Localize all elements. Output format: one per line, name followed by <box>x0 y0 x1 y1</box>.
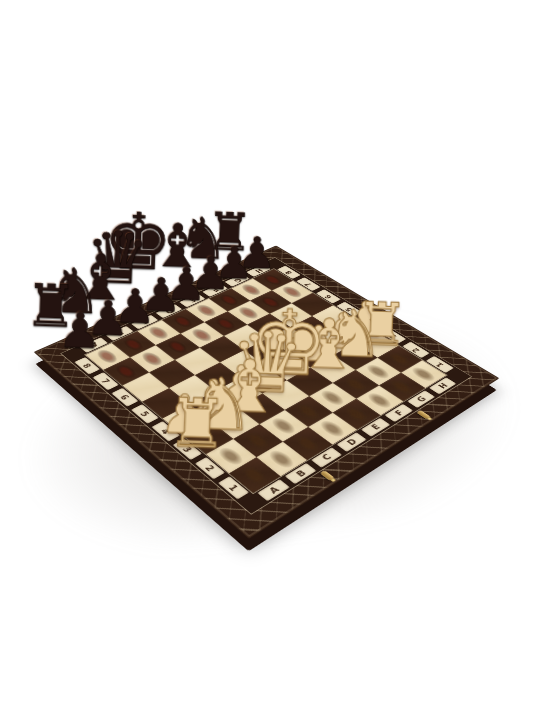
coordinate-label-text: C <box>320 453 333 462</box>
coordinate-label-text: F <box>210 287 220 293</box>
coordinate-plaque: 6 <box>111 388 138 407</box>
coordinate-label-text: D <box>345 437 359 446</box>
brass-clasp-icon <box>416 410 431 419</box>
scene-3d: 87654321H♜♟♟♜HG♞♟♟♞GF♝♟♟♝FE♚♟♟♚ED♛♟♟♛DC♝… <box>0 0 540 720</box>
coordinate-plaque: D <box>336 432 366 452</box>
coordinate-label-text: 2 <box>203 464 216 473</box>
coordinate-label-text: 2 <box>410 347 421 353</box>
board-grid: 87654321H♜♟♟♜HG♞♟♟♞GF♝♟♟♝FE♚♟♟♚ED♛♟♟♛DC♝… <box>61 258 470 514</box>
piece-base-shadow <box>265 448 297 471</box>
black-pawn[interactable]: ♟ <box>57 305 102 355</box>
coordinate-label-text: F <box>393 409 405 417</box>
coordinate-label-text: 1 <box>227 483 240 492</box>
piece-base-shadow <box>341 404 372 424</box>
coordinate-label-text: 1 <box>434 361 445 368</box>
piece-base-shadow <box>188 327 215 344</box>
coordinate-plaque: B <box>285 463 317 484</box>
coordinate-label-text: G <box>232 277 243 283</box>
piece-base-shadow <box>238 464 271 488</box>
square-g1[interactable]: ♞ <box>379 373 425 402</box>
coordinate-label-text: G <box>415 395 428 403</box>
coordinate-plaque: H <box>429 377 456 394</box>
piece-base-shadow <box>387 378 417 397</box>
piece-base-shadow <box>164 338 191 355</box>
piece-base-shadow <box>317 418 348 439</box>
piece-base-shadow <box>292 433 324 455</box>
coordinate-label-text: 8 <box>284 270 294 275</box>
coordinate-label-text: 5 <box>139 410 151 418</box>
coordinate-label-text: 7 <box>100 378 112 385</box>
coordinate-label-text: 8 <box>81 362 93 369</box>
coordinate-plaque: 8 <box>74 357 100 374</box>
chess-board: 87654321H♜♟♟♜HG♞♟♟♞GF♝♟♟♝FE♚♟♟♚ED♛♟♟♛DC♝… <box>34 246 500 539</box>
rank-label: 5 <box>127 402 162 427</box>
white-rook[interactable]: ♜ <box>166 389 229 459</box>
coordinate-label-text: H <box>253 268 264 274</box>
coordinate-label-text: B <box>294 469 307 478</box>
piece-base-shadow <box>138 350 166 368</box>
coordinate-label-text: A <box>267 485 281 495</box>
rank-label: 6 <box>108 386 142 410</box>
coordinate-label-text: H <box>436 382 449 390</box>
coordinate-label-text: D <box>163 308 174 315</box>
coordinate-label-text: E <box>187 298 197 304</box>
board-top-face: 87654321H♜♟♟♜HG♞♟♟♞GF♝♟♟♝FE♚♟♟♚ED♛♟♟♛DC♝… <box>34 246 500 539</box>
brass-clasp-icon <box>320 470 335 481</box>
coordinate-label-text: 7 <box>303 281 313 286</box>
piece-base-shadow <box>364 391 394 411</box>
photo-canvas: 87654321H♜♟♟♜HG♞♟♟♞GF♝♟♟♝FE♚♟♟♚ED♛♟♟♛DC♝… <box>0 0 540 720</box>
coordinate-label-text: 6 <box>119 393 131 400</box>
coordinate-label-text: E <box>370 423 382 431</box>
